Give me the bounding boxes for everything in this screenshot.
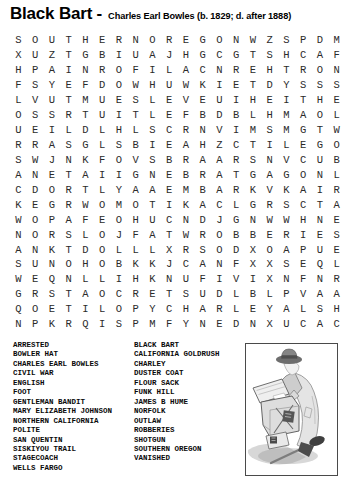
grid-cell-r10c5: A xyxy=(77,168,94,183)
grid-cell-r14c18: I xyxy=(295,227,312,242)
grid-cell-r15c8: L xyxy=(127,242,144,257)
grid-cell-r5c7: E xyxy=(111,93,128,108)
grid-cell-r6c18: A xyxy=(295,108,312,123)
grid-cell-r19c6: L xyxy=(94,302,111,317)
grid-cell-r3c20: N xyxy=(328,63,345,78)
word-list-item: GENTLEMAN BANDIT xyxy=(13,398,112,407)
grid-cell-r8c14: C xyxy=(228,138,245,153)
grid-cell-r9c9: S xyxy=(144,153,161,168)
word-list-item: SOUTHERN OREGON xyxy=(134,445,220,454)
grid-cell-r13c19: N xyxy=(312,212,329,227)
word-list-item: FLOUR SACK xyxy=(134,379,220,388)
grid-cell-r17c5: L xyxy=(77,272,94,287)
grid-cell-r11c19: I xyxy=(312,182,329,197)
grid-cell-r19c16: Y xyxy=(261,302,278,317)
word-list-item: VANISHED xyxy=(134,454,220,463)
grid-cell-r1c13: O xyxy=(211,33,228,48)
grid-cell-r13c8: H xyxy=(127,212,144,227)
grid-cell-r6c10: E xyxy=(161,108,178,123)
grid-cell-r9c1: S xyxy=(10,153,27,168)
grid-cell-r14c6: O xyxy=(94,227,111,242)
grid-cell-r3c1: H xyxy=(10,63,27,78)
grid-cell-r20c19: A xyxy=(312,317,329,332)
grid-cell-r3c13: N xyxy=(211,63,228,78)
word-list-right: BLACK BARTCALIFORNIA GOLDRUSHCHARLEYDUST… xyxy=(134,341,220,464)
grid-cell-r5c12: E xyxy=(194,93,211,108)
grid-cell-r20c14: D xyxy=(228,317,245,332)
grid-cell-r20c20: C xyxy=(328,317,345,332)
worksheet-page: Black Bart - Charles Earl Bowles (b. 182… xyxy=(0,0,354,500)
grid-cell-r19c20: H xyxy=(328,302,345,317)
grid-cell-r11c6: L xyxy=(94,182,111,197)
grid-cell-r9c16: N xyxy=(261,153,278,168)
grid-cell-r11c2: D xyxy=(27,182,44,197)
grid-cell-r20c5: Q xyxy=(77,317,94,332)
grid-cell-r18c19: A xyxy=(312,287,329,302)
grid-cell-r7c3: I xyxy=(44,123,61,138)
word-list-item: FOOT xyxy=(13,388,112,397)
grid-cell-r4c7: O xyxy=(111,78,128,93)
grid-cell-r16c18: E xyxy=(295,257,312,272)
grid-cell-r14c10: T xyxy=(161,227,178,242)
grid-cell-r10c18: O xyxy=(295,168,312,183)
grid-cell-r11c15: K xyxy=(245,182,262,197)
grid-cell-r4c16: D xyxy=(261,78,278,93)
grid-cell-r15c10: X xyxy=(161,242,178,257)
grid-cell-r13c9: U xyxy=(144,212,161,227)
grid-cell-r15c19: U xyxy=(312,242,329,257)
grid-cell-r6c2: S xyxy=(27,108,44,123)
grid-cell-r17c11: U xyxy=(178,272,195,287)
grid-cell-r20c12: N xyxy=(194,317,211,332)
grid-cell-r17c7: I xyxy=(111,272,128,287)
grid-cell-r5c1: L xyxy=(10,93,27,108)
grid-cell-r15c5: D xyxy=(77,242,94,257)
grid-cell-r9c2: W xyxy=(27,153,44,168)
word-list-left: ARRESTEDBOWLER HATCHARLES EARL BOWLESCIV… xyxy=(13,341,112,473)
grid-cell-r8c3: A xyxy=(44,138,61,153)
grid-cell-r7c14: I xyxy=(228,123,245,138)
grid-cell-r14c16: E xyxy=(261,227,278,242)
grid-cell-r8c1: R xyxy=(10,138,27,153)
grid-cell-r18c13: D xyxy=(211,287,228,302)
grid-cell-r16c1: S xyxy=(10,257,27,272)
grid-cell-r1c15: W xyxy=(245,33,262,48)
grid-cell-r14c3: R xyxy=(44,227,61,242)
grid-cell-r15c18: P xyxy=(295,242,312,257)
grid-cell-r20c9: M xyxy=(144,317,161,332)
grid-cell-r4c17: Y xyxy=(278,78,295,93)
grid-cell-r8c12: H xyxy=(194,138,211,153)
grid-cell-r2c2: U xyxy=(27,48,44,63)
grid-cell-r11c7: Y xyxy=(111,182,128,197)
grid-cell-r10c2: N xyxy=(27,168,44,183)
grid-cell-r2c15: T xyxy=(245,48,262,63)
grid-cell-r3c12: C xyxy=(194,63,211,78)
grid-cell-r4c20: S xyxy=(328,78,345,93)
word-list-item: SHOTGUN xyxy=(134,436,220,445)
grid-cell-r3c19: O xyxy=(312,63,329,78)
grid-cell-r13c11: N xyxy=(178,212,195,227)
grid-cell-r16c8: K xyxy=(127,257,144,272)
grid-cell-r12c20: A xyxy=(328,197,345,212)
grid-cell-r3c14: R xyxy=(228,63,245,78)
grid-cell-r3c10: L xyxy=(161,63,178,78)
grid-cell-r14c7: J xyxy=(111,227,128,242)
grid-cell-r6c12: B xyxy=(194,108,211,123)
grid-cell-r15c7: L xyxy=(111,242,128,257)
grid-cell-r4c19: S xyxy=(312,78,329,93)
grid-cell-r16c13: N xyxy=(211,257,228,272)
grid-cell-r18c12: U xyxy=(194,287,211,302)
grid-cell-r5c5: M xyxy=(77,93,94,108)
grid-cell-r12c9: T xyxy=(144,197,161,212)
grid-cell-r16c16: X xyxy=(261,257,278,272)
grid-cell-r14c20: S xyxy=(328,227,345,242)
grid-cell-r5c8: S xyxy=(127,93,144,108)
word-list-item: ARRESTED xyxy=(13,341,112,350)
grid-cell-r6c4: R xyxy=(60,108,77,123)
grid-cell-r15c14: D xyxy=(228,242,245,257)
grid-cell-r9c18: C xyxy=(295,153,312,168)
grid-cell-r8c7: S xyxy=(111,138,128,153)
grid-cell-r6c7: I xyxy=(111,108,128,123)
grid-cell-r10c11: B xyxy=(178,168,195,183)
grid-cell-r3c4: I xyxy=(60,63,77,78)
grid-cell-r1c7: R xyxy=(111,33,128,48)
grid-cell-r12c5: W xyxy=(77,197,94,212)
grid-cell-r7c1: U xyxy=(10,123,27,138)
grid-cell-r19c15: E xyxy=(245,302,262,317)
grid-cell-r10c14: T xyxy=(228,168,245,183)
grid-cell-r20c1: N xyxy=(10,317,27,332)
grid-cell-r4c4: E xyxy=(60,78,77,93)
grid-cell-r17c19: N xyxy=(312,272,329,287)
grid-cell-r4c12: K xyxy=(194,78,211,93)
grid-cell-r2c18: C xyxy=(295,48,312,63)
grid-cell-r14c4: S xyxy=(60,227,77,242)
grid-cell-r20c18: C xyxy=(295,317,312,332)
grid-cell-r7c5: D xyxy=(77,123,94,138)
grid-cell-r20c10: F xyxy=(161,317,178,332)
grid-cell-r15c12: S xyxy=(194,242,211,257)
grid-cell-r7c7: H xyxy=(111,123,128,138)
grid-cell-r10c8: G xyxy=(127,168,144,183)
grid-cell-r13c7: O xyxy=(111,212,128,227)
grid-cell-r1c17: S xyxy=(278,33,295,48)
grid-cell-r3c5: N xyxy=(77,63,94,78)
grid-cell-r16c19: Q xyxy=(312,257,329,272)
grid-cell-r3c7: O xyxy=(111,63,128,78)
word-list-item: BOWLER HAT xyxy=(13,350,112,359)
grid-cell-r12c8: O xyxy=(127,197,144,212)
grid-cell-r17c15: I xyxy=(245,272,262,287)
grid-cell-r17c3: Q xyxy=(44,272,61,287)
grid-cell-r11c1: C xyxy=(10,182,27,197)
grid-cell-r14c17: R xyxy=(278,227,295,242)
word-list-item: OUTLAW xyxy=(134,417,220,426)
grid-cell-r6c20: L xyxy=(328,108,345,123)
grid-cell-r9c10: B xyxy=(161,153,178,168)
grid-cell-r16c4: O xyxy=(60,257,77,272)
grid-cell-r19c4: T xyxy=(60,302,77,317)
grid-cell-r4c10: U xyxy=(161,78,178,93)
grid-cell-r18c15: B xyxy=(245,287,262,302)
grid-cell-r17c16: X xyxy=(261,272,278,287)
grid-cell-r3c6: R xyxy=(94,63,111,78)
grid-cell-r8c10: E xyxy=(161,138,178,153)
page-title: Black Bart - Charles Earl Bowles (b. 182… xyxy=(10,4,291,24)
grid-cell-r8c18: E xyxy=(295,138,312,153)
grid-cell-r7c17: M xyxy=(278,123,295,138)
grid-cell-r17c12: F xyxy=(194,272,211,287)
grid-cell-r10c10: E xyxy=(161,168,178,183)
grid-cell-r16c9: K xyxy=(144,257,161,272)
grid-cell-r1c19: D xyxy=(312,33,329,48)
grid-cell-r3c8: F xyxy=(127,63,144,78)
grid-cell-r12c10: I xyxy=(161,197,178,212)
grid-cell-r8c16: I xyxy=(261,138,278,153)
grid-cell-r2c14: G xyxy=(228,48,245,63)
grid-cell-r6c6: U xyxy=(94,108,111,123)
grid-cell-r19c10: C xyxy=(161,302,178,317)
grid-cell-r10c9: N xyxy=(144,168,161,183)
grid-cell-r1c3: U xyxy=(44,33,61,48)
grid-cell-r1c2: O xyxy=(27,33,44,48)
grid-cell-r10c19: N xyxy=(312,168,329,183)
grid-cell-r19c19: S xyxy=(312,302,329,317)
grid-cell-r20c3: K xyxy=(44,317,61,332)
grid-cell-r3c17: T xyxy=(278,63,295,78)
grid-cell-r1c11: E xyxy=(178,33,195,48)
grid-cell-r2c16: S xyxy=(261,48,278,63)
word-list-item: NORFOLK xyxy=(134,407,220,416)
grid-cell-r13c1: W xyxy=(10,212,27,227)
grid-cell-r1c1: S xyxy=(10,33,27,48)
grid-cell-r14c19: E xyxy=(312,227,329,242)
grid-cell-r13c17: W xyxy=(278,212,295,227)
grid-cell-r5c14: I xyxy=(228,93,245,108)
grid-cell-r3c16: H xyxy=(261,63,278,78)
grid-cell-r15c11: R xyxy=(178,242,195,257)
grid-cell-r2c6: B xyxy=(94,48,111,63)
grid-cell-r9c7: O xyxy=(111,153,128,168)
grid-cell-r11c9: A xyxy=(144,182,161,197)
grid-cell-r8c8: B xyxy=(127,138,144,153)
grid-cell-r10c13: A xyxy=(211,168,228,183)
grid-cell-r17c18: F xyxy=(295,272,312,287)
grid-cell-r18c3: S xyxy=(44,287,61,302)
grid-cell-r11c14: R xyxy=(228,182,245,197)
grid-cell-r14c12: R xyxy=(194,227,211,242)
grid-cell-r13c5: F xyxy=(77,212,94,227)
grid-cell-r14c1: N xyxy=(10,227,27,242)
grid-cell-r6c15: L xyxy=(245,108,262,123)
word-list-item: BLACK BART xyxy=(134,341,220,350)
grid-cell-r18c8: R xyxy=(127,287,144,302)
grid-cell-r9c5: K xyxy=(77,153,94,168)
grid-cell-r17c4: N xyxy=(60,272,77,287)
grid-cell-r20c17: U xyxy=(278,317,295,332)
grid-cell-r11c18: A xyxy=(295,182,312,197)
grid-cell-r18c9: E xyxy=(144,287,161,302)
grid-cell-r8c2: R xyxy=(27,138,44,153)
word-list-item: ROBBERIES xyxy=(134,426,220,435)
grid-cell-r14c15: B xyxy=(245,227,262,242)
grid-cell-r15c2: N xyxy=(27,242,44,257)
grid-cell-r12c1: K xyxy=(10,197,27,212)
grid-cell-r2c8: U xyxy=(127,48,144,63)
grid-cell-r18c20: A xyxy=(328,287,345,302)
word-list-item: SISKIYOU TRAIL xyxy=(13,445,112,454)
grid-cell-r16c14: F xyxy=(228,257,245,272)
grid-cell-r9c15: S xyxy=(245,153,262,168)
grid-cell-r5c13: U xyxy=(211,93,228,108)
grid-cell-r13c16: W xyxy=(261,212,278,227)
grid-cell-r7c2: E xyxy=(27,123,44,138)
grid-cell-r5c10: E xyxy=(161,93,178,108)
grid-cell-r8c6: L xyxy=(94,138,111,153)
grid-cell-r18c16: L xyxy=(261,287,278,302)
grid-cell-r14c11: W xyxy=(178,227,195,242)
grid-cell-r1c20: M xyxy=(328,33,345,48)
grid-cell-r20c6: I xyxy=(94,317,111,332)
grid-cell-r9c11: R xyxy=(178,153,195,168)
grid-cell-r18c18: V xyxy=(295,287,312,302)
word-list-item: NORTHERN CALIFORNIA xyxy=(13,417,112,426)
grid-cell-r2c19: A xyxy=(312,48,329,63)
grid-cell-r19c2: O xyxy=(27,302,44,317)
grid-cell-r6c16: H xyxy=(261,108,278,123)
grid-cell-r5c16: E xyxy=(261,93,278,108)
grid-cell-r14c8: F xyxy=(127,227,144,242)
grid-cell-r1c8: N xyxy=(127,33,144,48)
grid-cell-r4c5: F xyxy=(77,78,94,93)
grid-cell-r19c13: R xyxy=(211,302,228,317)
grid-cell-r8c13: Z xyxy=(211,138,228,153)
grid-cell-r10c12: R xyxy=(194,168,211,183)
grid-cell-r14c13: O xyxy=(211,227,228,242)
grid-cell-r6c1: O xyxy=(10,108,27,123)
grid-cell-r13c6: E xyxy=(94,212,111,227)
grid-cell-r7c19: T xyxy=(312,123,329,138)
grid-cell-r1c14: N xyxy=(228,33,245,48)
grid-cell-r7c16: S xyxy=(261,123,278,138)
grid-cell-r9c20: B xyxy=(328,153,345,168)
grid-cell-r2c11: H xyxy=(178,48,195,63)
grid-cell-r2c20: F xyxy=(328,48,345,63)
grid-cell-r1c9: O xyxy=(144,33,161,48)
grid-cell-r5c19: H xyxy=(312,93,329,108)
grid-cell-r17c10: N xyxy=(161,272,178,287)
grid-cell-r18c6: O xyxy=(94,287,111,302)
grid-cell-r12c14: L xyxy=(228,197,245,212)
grid-cell-r6c5: T xyxy=(77,108,94,123)
grid-cell-r4c13: I xyxy=(211,78,228,93)
grid-cell-r9c17: V xyxy=(278,153,295,168)
grid-cell-r12c17: S xyxy=(278,197,295,212)
grid-cell-r10c15: G xyxy=(245,168,262,183)
word-list-item: CHARLEY xyxy=(134,360,220,369)
grid-cell-r9c6: F xyxy=(94,153,111,168)
grid-cell-r19c1: Q xyxy=(10,302,27,317)
grid-cell-r6c8: T xyxy=(127,108,144,123)
grid-cell-r20c15: N xyxy=(245,317,262,332)
grid-cell-r8c11: A xyxy=(178,138,195,153)
grid-cell-r18c5: A xyxy=(77,287,94,302)
word-list-item: JAMES B HUME xyxy=(134,398,220,407)
word-list-item: CHARLES EARL BOWLES xyxy=(13,360,112,369)
grid-cell-r11c8: A xyxy=(127,182,144,197)
grid-cell-r12c7: M xyxy=(111,197,128,212)
grid-cell-r17c14: V xyxy=(228,272,245,287)
grid-cell-r11c12: B xyxy=(194,182,211,197)
word-list-item: CALIFORNIA GOLDRUSH xyxy=(134,350,220,359)
grid-cell-r17c13: I xyxy=(211,272,228,287)
grid-cell-r13c3: P xyxy=(44,212,61,227)
grid-cell-r5c20: E xyxy=(328,93,345,108)
grid-cell-r17c2: E xyxy=(27,272,44,287)
grid-cell-r13c20: E xyxy=(328,212,345,227)
word-list-item: STAGECOACH xyxy=(13,454,112,463)
grid-cell-r10c20: L xyxy=(328,168,345,183)
grid-cell-r12c13: C xyxy=(211,197,228,212)
grid-cell-r5c9: L xyxy=(144,93,161,108)
word-list-item: MARY ELIZABETH JOHNSON xyxy=(13,407,112,416)
grid-cell-r2c1: X xyxy=(10,48,27,63)
grid-cell-r20c13: E xyxy=(211,317,228,332)
grid-cell-r12c6: O xyxy=(94,197,111,212)
grid-cell-r3c2: P xyxy=(27,63,44,78)
grid-cell-r11c3: O xyxy=(44,182,61,197)
grid-cell-r20c8: P xyxy=(127,317,144,332)
grid-cell-r1c5: H xyxy=(77,33,94,48)
grid-cell-r18c4: T xyxy=(60,287,77,302)
grid-cell-r11c17: K xyxy=(278,182,295,197)
grid-cell-r3c11: A xyxy=(178,63,195,78)
grid-cell-r2c12: G xyxy=(194,48,211,63)
grid-cell-r19c18: L xyxy=(295,302,312,317)
grid-cell-r3c3: A xyxy=(44,63,61,78)
grid-cell-r2c5: G xyxy=(77,48,94,63)
title-main: Black Bart - xyxy=(10,4,102,24)
grid-cell-r9c19: U xyxy=(312,153,329,168)
grid-cell-r8c19: G xyxy=(312,138,329,153)
word-list-item: ENGLISH xyxy=(13,379,112,388)
grid-cell-r19c14: L xyxy=(228,302,245,317)
grid-cell-r6c19: O xyxy=(312,108,329,123)
grid-cell-r19c11: H xyxy=(178,302,195,317)
grid-cell-r15c6: O xyxy=(94,242,111,257)
grid-cell-r16c10: J xyxy=(161,257,178,272)
word-list-item: FUNK HILL xyxy=(134,388,220,397)
grid-cell-r8c9: I xyxy=(144,138,161,153)
grid-cell-r15c13: O xyxy=(211,242,228,257)
grid-cell-r4c8: W xyxy=(127,78,144,93)
word-list-item: WELLS FARGO xyxy=(13,464,112,473)
grid-cell-r15c17: A xyxy=(278,242,295,257)
grid-cell-r2c13: C xyxy=(211,48,228,63)
grid-cell-r10c16: A xyxy=(261,168,278,183)
word-list-item: POLITE xyxy=(13,426,112,435)
grid-cell-r18c10: T xyxy=(161,287,178,302)
grid-cell-r10c17: G xyxy=(278,168,295,183)
title-subtitle: Charles Earl Bowles (b. 1829; d. after 1… xyxy=(108,11,291,21)
grid-cell-r14c9: A xyxy=(144,227,161,242)
grid-cell-r15c3: K xyxy=(44,242,61,257)
grid-cell-r15c1: A xyxy=(10,242,27,257)
grid-cell-r20c16: X xyxy=(261,317,278,332)
